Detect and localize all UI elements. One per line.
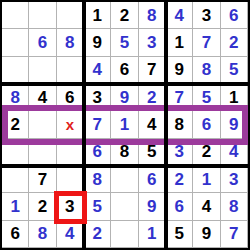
cell-r9c8[interactable]: 9 <box>193 221 220 248</box>
cell-r3c1[interactable] <box>2 57 29 84</box>
cell-r6c6[interactable]: 5 <box>139 139 166 166</box>
cell-r7c9[interactable]: 3 <box>221 166 248 193</box>
cell-r2c3[interactable]: 8 <box>57 29 84 56</box>
cell-r7c6[interactable]: 6 <box>139 166 166 193</box>
cell-r5c1[interactable]: 2 <box>2 111 29 138</box>
cell-r3c9[interactable]: 5 <box>221 57 248 84</box>
cell-r3c6[interactable]: 7 <box>139 57 166 84</box>
cell-r5c7[interactable]: 8 <box>166 111 193 138</box>
cell-r1c2[interactable] <box>29 2 56 29</box>
cell-r6c3[interactable] <box>57 139 84 166</box>
cell-r3c2[interactable] <box>29 57 56 84</box>
cell-r3c4[interactable]: 4 <box>84 57 111 84</box>
cell-r9c3[interactable]: 4 <box>57 221 84 248</box>
cell-r4c2[interactable]: 4 <box>29 84 56 111</box>
sudoku-grid: 128436689531724679858463927512x714869685… <box>2 2 248 248</box>
cell-r4c8[interactable]: 5 <box>193 84 220 111</box>
cell-r2c9[interactable]: 2 <box>221 29 248 56</box>
cell-r9c6[interactable]: 1 <box>139 221 166 248</box>
cell-r7c5[interactable] <box>111 166 138 193</box>
sudoku-board: 128436689531724679858463927512x714869685… <box>0 0 250 250</box>
box-divider-horizontal-bottom <box>2 164 248 168</box>
cell-r8c4[interactable]: 5 <box>84 193 111 220</box>
cell-r7c4[interactable]: 8 <box>84 166 111 193</box>
cell-r5c6[interactable]: 4 <box>139 111 166 138</box>
cell-r1c3[interactable] <box>57 2 84 29</box>
cell-r2c6[interactable]: 3 <box>139 29 166 56</box>
cell-r6c9[interactable]: 4 <box>221 139 248 166</box>
box-divider-vertical-left <box>82 2 86 248</box>
cell-r7c2[interactable]: 7 <box>29 166 56 193</box>
cell-r4c1[interactable]: 8 <box>2 84 29 111</box>
cell-r1c8[interactable]: 3 <box>193 2 220 29</box>
cell-r1c6[interactable]: 8 <box>139 2 166 29</box>
cell-r4c5[interactable]: 9 <box>111 84 138 111</box>
cell-r1c5[interactable]: 2 <box>111 2 138 29</box>
cell-r5c2[interactable] <box>29 111 56 138</box>
cell-r9c5[interactable] <box>111 221 138 248</box>
cell-r2c5[interactable]: 5 <box>111 29 138 56</box>
cell-r6c5[interactable]: 8 <box>111 139 138 166</box>
cell-r9c2[interactable]: 8 <box>29 221 56 248</box>
cell-r3c8[interactable]: 8 <box>193 57 220 84</box>
cell-r4c6[interactable]: 2 <box>139 84 166 111</box>
cell-r9c9[interactable]: 7 <box>221 221 248 248</box>
cell-r7c8[interactable]: 1 <box>193 166 220 193</box>
cell-r9c7[interactable]: 5 <box>166 221 193 248</box>
cell-r3c3[interactable] <box>57 57 84 84</box>
box-divider-horizontal-top <box>2 82 248 86</box>
cell-r2c1[interactable] <box>2 29 29 56</box>
cell-r6c7[interactable]: 3 <box>166 139 193 166</box>
cell-r4c3[interactable]: 6 <box>57 84 84 111</box>
cell-r8c5[interactable] <box>111 193 138 220</box>
cell-r8c9[interactable]: 8 <box>221 193 248 220</box>
cell-r1c9[interactable]: 6 <box>221 2 248 29</box>
cell-r5c5[interactable]: 1 <box>111 111 138 138</box>
cell-r3c5[interactable]: 6 <box>111 57 138 84</box>
cell-r7c1[interactable] <box>2 166 29 193</box>
cell-r5c8[interactable]: 6 <box>193 111 220 138</box>
cell-r1c7[interactable]: 4 <box>166 2 193 29</box>
cell-r1c4[interactable]: 1 <box>84 2 111 29</box>
cell-r2c2[interactable]: 6 <box>29 29 56 56</box>
cell-r9c1[interactable]: 6 <box>2 221 29 248</box>
cell-r6c2[interactable] <box>29 139 56 166</box>
cell-r5c3[interactable]: x <box>57 111 84 138</box>
cell-r9c4[interactable]: 2 <box>84 221 111 248</box>
cell-r8c1[interactable]: 1 <box>2 193 29 220</box>
cell-r4c9[interactable]: 1 <box>221 84 248 111</box>
cell-r7c7[interactable]: 2 <box>166 166 193 193</box>
cell-r2c8[interactable]: 7 <box>193 29 220 56</box>
cell-r8c3[interactable]: 3 <box>57 193 84 220</box>
cell-r5c9[interactable]: 9 <box>221 111 248 138</box>
cell-r4c7[interactable]: 7 <box>166 84 193 111</box>
cell-r6c4[interactable]: 6 <box>84 139 111 166</box>
box-divider-vertical-right <box>164 2 168 248</box>
cell-r5c4[interactable]: 7 <box>84 111 111 138</box>
cell-r2c7[interactable]: 1 <box>166 29 193 56</box>
cell-r8c7[interactable]: 6 <box>166 193 193 220</box>
cell-r8c2[interactable]: 2 <box>29 193 56 220</box>
cell-r6c8[interactable]: 2 <box>193 139 220 166</box>
cell-r4c4[interactable]: 3 <box>84 84 111 111</box>
cell-r6c1[interactable] <box>2 139 29 166</box>
cell-r8c8[interactable]: 4 <box>193 193 220 220</box>
cell-r3c7[interactable]: 9 <box>166 57 193 84</box>
cell-r8c6[interactable]: 9 <box>139 193 166 220</box>
cell-r7c3[interactable] <box>57 166 84 193</box>
cell-r2c4[interactable]: 9 <box>84 29 111 56</box>
cell-r1c1[interactable] <box>2 2 29 29</box>
